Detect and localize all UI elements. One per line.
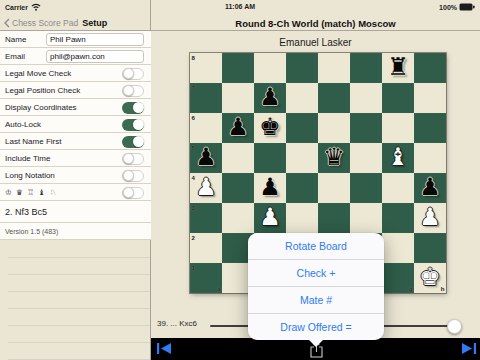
square-c4[interactable]: ♟ bbox=[254, 173, 286, 203]
setting-label: Long Notation bbox=[5, 171, 55, 180]
square-d5[interactable] bbox=[286, 143, 318, 173]
app-screen: Carrier 11:06 AM 100% Chess Score Pad bbox=[0, 0, 480, 360]
setting-label: Version 1.5 (483) bbox=[5, 228, 58, 235]
popover-item-rotate-board[interactable]: Rotate Board bbox=[248, 233, 384, 260]
setting-label: Email bbox=[5, 52, 25, 61]
square-f8[interactable] bbox=[350, 53, 382, 83]
square-a6[interactable]: 6 bbox=[190, 113, 222, 143]
piece-black-r-g8: ♜ bbox=[382, 53, 414, 83]
setting-row-display-coordinates: Display Coordinates bbox=[0, 99, 151, 116]
toggle-knob bbox=[123, 170, 134, 181]
piece-black-p-b6: ♟ bbox=[222, 113, 254, 143]
popover-item-draw-offered[interactable]: Draw Offered = bbox=[248, 314, 384, 340]
square-b5[interactable] bbox=[222, 143, 254, 173]
square-d7[interactable] bbox=[286, 83, 318, 113]
action-popover: Rotate BoardCheck +Mate #Draw Offered = bbox=[248, 233, 384, 340]
settings-panel: Chess Score Pad Setup NameEmailLegal Mov… bbox=[0, 0, 151, 360]
square-h8[interactable] bbox=[414, 53, 446, 83]
square-e7[interactable] bbox=[318, 83, 350, 113]
setting-label: 2. Nf3 Bc5 bbox=[5, 207, 47, 217]
square-g8[interactable]: ♜ bbox=[382, 53, 414, 83]
settings-rows: NameEmailLegal Move CheckLegal Position … bbox=[0, 31, 151, 240]
setting-label: Display Coordinates bbox=[5, 103, 77, 112]
square-d3[interactable] bbox=[286, 203, 318, 233]
file-label-a: a bbox=[217, 286, 220, 292]
square-g5[interactable]: ♝ bbox=[382, 143, 414, 173]
popover-arrow bbox=[309, 340, 323, 347]
display-coordinates-toggle[interactable] bbox=[122, 102, 144, 114]
setting-label: Legal Move Check bbox=[5, 69, 71, 78]
piece-black-p-a5: ♟ bbox=[190, 143, 222, 173]
battery-icon bbox=[459, 3, 475, 11]
back-button-label: Chess Score Pad bbox=[12, 18, 78, 28]
piece-black-q-e5: ♛ bbox=[318, 143, 350, 173]
setting-row-long-notation: Long Notation bbox=[0, 167, 151, 184]
square-e8[interactable] bbox=[318, 53, 350, 83]
status-bar: Carrier 11:06 AM 100% bbox=[0, 0, 480, 16]
square-b3[interactable] bbox=[222, 203, 254, 233]
piece-white-b-g5: ♝ bbox=[382, 143, 414, 173]
legal-move-check-toggle[interactable] bbox=[122, 68, 144, 80]
square-h1[interactable]: h♚ bbox=[414, 263, 446, 293]
piece-icons-toggle[interactable] bbox=[122, 187, 144, 199]
square-g7[interactable] bbox=[382, 83, 414, 113]
setting-row-legal-position-check: Legal Position Check bbox=[0, 82, 151, 99]
setting-label: Legal Position Check bbox=[5, 86, 80, 95]
rank-label-3: 3 bbox=[192, 205, 195, 211]
battery-percent: 100% bbox=[439, 4, 457, 11]
toggle-knob bbox=[123, 68, 134, 79]
piece-white-k-h1: ♚ bbox=[414, 263, 446, 293]
square-e4[interactable] bbox=[318, 173, 350, 203]
square-c6[interactable]: ♚ bbox=[254, 113, 286, 143]
square-a1[interactable]: 1a bbox=[190, 263, 222, 293]
setting-row-include-time: Include Time bbox=[0, 150, 151, 167]
piece-white-p-h3: ♟ bbox=[414, 203, 446, 233]
square-a2[interactable]: 2 bbox=[190, 233, 222, 263]
square-f4[interactable] bbox=[350, 173, 382, 203]
square-b7[interactable] bbox=[222, 83, 254, 113]
settings-nav-bar: Chess Score Pad Setup bbox=[0, 16, 151, 31]
skip-to-end-button[interactable] bbox=[462, 343, 476, 354]
email-input[interactable] bbox=[46, 50, 144, 63]
rank-label-6: 6 bbox=[192, 115, 195, 121]
popover-item-mate[interactable]: Mate # bbox=[248, 287, 384, 314]
square-g3[interactable] bbox=[382, 203, 414, 233]
square-g4[interactable] bbox=[382, 173, 414, 203]
square-d6[interactable] bbox=[286, 113, 318, 143]
rank-label-7: 7 bbox=[192, 85, 195, 91]
square-h2[interactable] bbox=[414, 233, 446, 263]
rank-label-1: 1 bbox=[192, 265, 195, 271]
empty-list-rows bbox=[8, 241, 150, 360]
game-nav-bar: Round 8-Ch World (match) Moscow bbox=[151, 16, 480, 31]
legal-position-check-toggle[interactable] bbox=[122, 85, 144, 97]
setting-label: Name bbox=[5, 35, 26, 44]
skip-to-start-button[interactable] bbox=[157, 343, 171, 354]
rank-label-2: 2 bbox=[192, 235, 195, 241]
name-input[interactable] bbox=[46, 33, 144, 46]
piece-black-k-c6: ♚ bbox=[254, 113, 286, 143]
square-a5[interactable]: 5♟ bbox=[190, 143, 222, 173]
file-label-g: g bbox=[409, 286, 413, 292]
square-b6[interactable]: ♟ bbox=[222, 113, 254, 143]
settings-title: Setup bbox=[82, 18, 107, 28]
include-time-toggle[interactable] bbox=[122, 153, 144, 165]
square-e3[interactable] bbox=[318, 203, 350, 233]
square-b8[interactable] bbox=[222, 53, 254, 83]
square-a4[interactable]: 4♟ bbox=[190, 173, 222, 203]
toggle-knob bbox=[133, 102, 144, 113]
setting-label: Include Time bbox=[5, 154, 50, 163]
toggle-knob bbox=[133, 136, 144, 147]
square-c7[interactable]: ♟ bbox=[254, 83, 286, 113]
square-h6[interactable] bbox=[414, 113, 446, 143]
popover-item-check[interactable]: Check + bbox=[248, 260, 384, 287]
setting-label: Auto-Lock bbox=[5, 120, 41, 129]
square-d8[interactable] bbox=[286, 53, 318, 83]
square-c3[interactable]: ♟ bbox=[254, 203, 286, 233]
square-f7[interactable] bbox=[350, 83, 382, 113]
square-a7[interactable]: 7 bbox=[190, 83, 222, 113]
square-f6[interactable] bbox=[350, 113, 382, 143]
square-a8[interactable]: 8 bbox=[190, 53, 222, 83]
setting-row-name: Name bbox=[0, 31, 151, 48]
setting-label: Last Name First bbox=[5, 137, 61, 146]
move-slider-knob[interactable] bbox=[447, 319, 462, 334]
square-f5[interactable] bbox=[350, 143, 382, 173]
clock: 11:06 AM bbox=[0, 3, 480, 10]
square-g6[interactable] bbox=[382, 113, 414, 143]
square-e5[interactable]: ♛ bbox=[318, 143, 350, 173]
rank-label-8: 8 bbox=[192, 55, 195, 61]
auto-lock-toggle[interactable] bbox=[122, 119, 144, 131]
square-h5[interactable] bbox=[414, 143, 446, 173]
square-f3[interactable] bbox=[350, 203, 382, 233]
current-move-label: 39. ... Kxc6 bbox=[157, 319, 197, 328]
square-h4[interactable]: ♟ bbox=[414, 173, 446, 203]
back-chevron-icon bbox=[4, 18, 10, 28]
setting-row-email: Email bbox=[0, 48, 151, 65]
toggle-knob bbox=[123, 85, 134, 96]
setting-row-auto-lock: Auto-Lock bbox=[0, 116, 151, 133]
setting-row-legal-move-check: Legal Move Check bbox=[0, 65, 151, 82]
square-d4[interactable] bbox=[286, 173, 318, 203]
square-c8[interactable] bbox=[254, 53, 286, 83]
square-b4[interactable] bbox=[222, 173, 254, 203]
long-notation-toggle[interactable] bbox=[122, 170, 144, 182]
piece-black-p-c7: ♟ bbox=[254, 83, 286, 113]
back-button[interactable]: Chess Score Pad bbox=[4, 18, 78, 28]
last-name-first-toggle[interactable] bbox=[122, 136, 144, 148]
figurine-pieces-icons: ♔ ♛ ♖ ♝ ♘ bbox=[5, 188, 57, 197]
setting-row-2-nf3-bc5: 2. Nf3 Bc5 bbox=[0, 201, 151, 223]
toggle-knob bbox=[123, 187, 134, 198]
player-name-top: Emanuel Lasker bbox=[151, 37, 480, 48]
game-title: Round 8-Ch World (match) Moscow bbox=[235, 18, 395, 29]
toggle-knob bbox=[133, 119, 144, 130]
square-h7[interactable] bbox=[414, 83, 446, 113]
square-g2[interactable] bbox=[382, 233, 414, 263]
piece-white-p-c3: ♟ bbox=[254, 203, 286, 233]
square-h3[interactable]: ♟ bbox=[414, 203, 446, 233]
square-g1[interactable]: g bbox=[382, 263, 414, 293]
piece-black-p-h4: ♟ bbox=[414, 173, 446, 203]
piece-white-p-a4: ♟ bbox=[190, 173, 222, 203]
setting-row-piece-icons: ♔ ♛ ♖ ♝ ♘ bbox=[0, 184, 151, 201]
toggle-knob bbox=[123, 153, 134, 164]
square-c5[interactable] bbox=[254, 143, 286, 173]
piece-black-p-c4: ♟ bbox=[254, 173, 286, 203]
setting-row-last-name-first: Last Name First bbox=[0, 133, 151, 150]
square-a3[interactable]: 3 bbox=[190, 203, 222, 233]
square-e6[interactable] bbox=[318, 113, 350, 143]
setting-row-version-1-5-483: Version 1.5 (483) bbox=[0, 223, 151, 240]
